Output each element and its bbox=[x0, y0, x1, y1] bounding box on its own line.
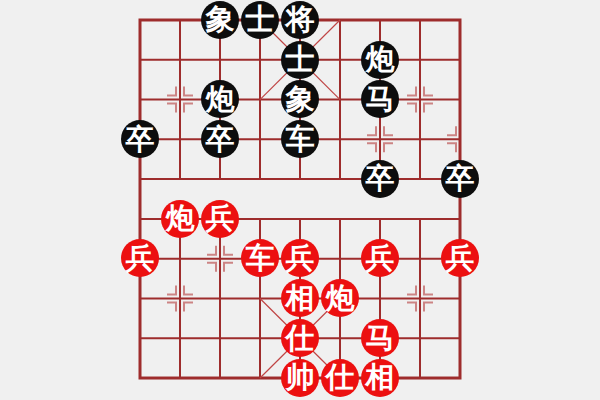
black-cannon[interactable]: 炮 bbox=[201, 80, 239, 118]
pieces-layer: 象士将士炮炮象马卒卒车卒卒炮兵兵车兵兵兵相炮仕马帅仕相 bbox=[120, 0, 480, 398]
black-soldier[interactable]: 卒 bbox=[441, 160, 479, 198]
black-elephant[interactable]: 象 bbox=[281, 80, 319, 118]
red-cannon[interactable]: 炮 bbox=[161, 200, 199, 238]
black-advisor[interactable]: 士 bbox=[281, 41, 319, 79]
red-soldier[interactable]: 兵 bbox=[121, 239, 159, 277]
black-chariot[interactable]: 车 bbox=[281, 120, 319, 158]
red-chariot[interactable]: 车 bbox=[241, 239, 279, 277]
black-general[interactable]: 将 bbox=[281, 1, 319, 39]
black-horse[interactable]: 马 bbox=[361, 80, 399, 118]
red-soldier[interactable]: 兵 bbox=[281, 239, 319, 277]
red-horse[interactable]: 马 bbox=[361, 319, 399, 357]
black-soldier[interactable]: 卒 bbox=[121, 120, 159, 158]
red-soldier[interactable]: 兵 bbox=[441, 239, 479, 277]
black-elephant[interactable]: 象 bbox=[201, 1, 239, 39]
red-soldier[interactable]: 兵 bbox=[361, 239, 399, 277]
black-cannon[interactable]: 炮 bbox=[361, 41, 399, 79]
red-advisor[interactable]: 仕 bbox=[321, 359, 359, 397]
black-soldier[interactable]: 卒 bbox=[361, 160, 399, 198]
black-soldier[interactable]: 卒 bbox=[201, 120, 239, 158]
xiangqi-app: 象士将士炮炮象马卒卒车卒卒炮兵兵车兵兵兵相炮仕马帅仕相 bbox=[0, 0, 600, 400]
red-advisor[interactable]: 仕 bbox=[281, 319, 319, 357]
red-general[interactable]: 帅 bbox=[281, 359, 319, 397]
red-elephant[interactable]: 相 bbox=[361, 359, 399, 397]
red-soldier[interactable]: 兵 bbox=[201, 200, 239, 238]
black-advisor[interactable]: 士 bbox=[241, 1, 279, 39]
red-cannon[interactable]: 炮 bbox=[321, 279, 359, 317]
red-elephant[interactable]: 相 bbox=[281, 279, 319, 317]
